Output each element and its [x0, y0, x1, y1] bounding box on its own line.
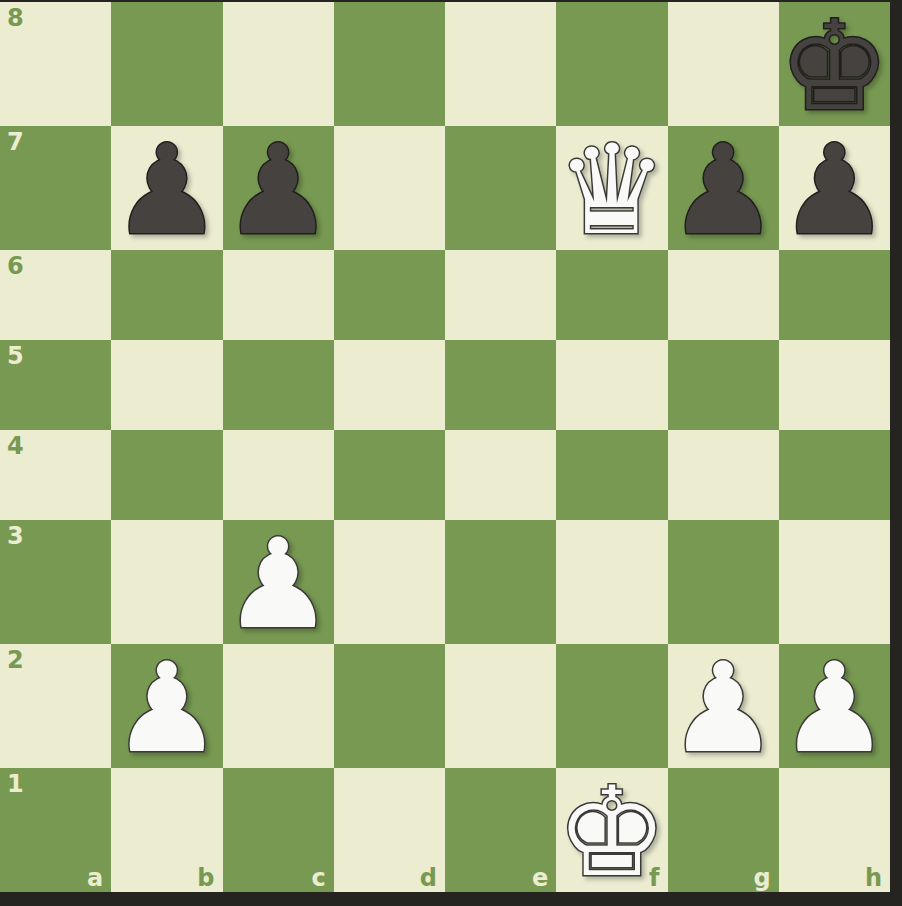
square-b1[interactable]: b: [111, 768, 222, 892]
square-a4[interactable]: 4: [0, 430, 111, 520]
black-pawn[interactable]: ♟: [223, 128, 334, 252]
rank-label-1: 1: [7, 772, 24, 796]
rank-label-2: 2: [7, 648, 24, 672]
square-e1[interactable]: e: [445, 768, 556, 892]
square-g2[interactable]: ♟: [668, 644, 779, 768]
file-label-h: h: [865, 866, 882, 890]
square-c4[interactable]: [223, 430, 334, 520]
square-c2[interactable]: [223, 644, 334, 768]
white-pawn[interactable]: ♟: [668, 646, 779, 770]
square-a1[interactable]: 1a: [0, 768, 111, 892]
square-g8[interactable]: [668, 2, 779, 126]
file-label-c: c: [312, 866, 326, 890]
square-b6[interactable]: [111, 250, 222, 340]
square-g1[interactable]: g: [668, 768, 779, 892]
square-e2[interactable]: [445, 644, 556, 768]
square-h7[interactable]: ♟: [779, 126, 890, 250]
file-label-b: b: [197, 866, 214, 890]
square-a6[interactable]: 6: [0, 250, 111, 340]
square-d8[interactable]: [334, 2, 445, 126]
rank-label-4: 4: [7, 434, 24, 458]
rank-label-6: 6: [7, 254, 24, 278]
white-king[interactable]: ♚: [556, 770, 667, 894]
square-c3[interactable]: ♟: [223, 520, 334, 644]
chess-board: 8♚7♟♟♛♟♟6543♟2♟♟♟1abcdef♚gh: [0, 2, 890, 892]
file-label-e: e: [532, 866, 548, 890]
white-queen[interactable]: ♛: [556, 128, 667, 252]
white-pawn[interactable]: ♟: [779, 646, 890, 770]
square-f4[interactable]: [556, 430, 667, 520]
black-pawn[interactable]: ♟: [779, 128, 890, 252]
square-f1[interactable]: f♚: [556, 768, 667, 892]
square-e4[interactable]: [445, 430, 556, 520]
square-e8[interactable]: [445, 2, 556, 126]
file-label-g: g: [754, 866, 771, 890]
black-pawn[interactable]: ♟: [668, 128, 779, 252]
square-c6[interactable]: [223, 250, 334, 340]
square-d7[interactable]: [334, 126, 445, 250]
square-f6[interactable]: [556, 250, 667, 340]
rank-label-5: 5: [7, 344, 24, 368]
square-h2[interactable]: ♟: [779, 644, 890, 768]
square-f3[interactable]: [556, 520, 667, 644]
square-d5[interactable]: [334, 340, 445, 430]
file-label-d: d: [420, 866, 437, 890]
square-f8[interactable]: [556, 2, 667, 126]
square-b5[interactable]: [111, 340, 222, 430]
square-b3[interactable]: [111, 520, 222, 644]
square-f5[interactable]: [556, 340, 667, 430]
square-g4[interactable]: [668, 430, 779, 520]
square-c8[interactable]: [223, 2, 334, 126]
square-e3[interactable]: [445, 520, 556, 644]
square-d1[interactable]: d: [334, 768, 445, 892]
square-e5[interactable]: [445, 340, 556, 430]
square-a3[interactable]: 3: [0, 520, 111, 644]
rank-label-7: 7: [7, 130, 24, 154]
rank-label-8: 8: [7, 6, 24, 30]
black-king[interactable]: ♚: [779, 4, 890, 128]
square-b2[interactable]: ♟: [111, 644, 222, 768]
square-f2[interactable]: [556, 644, 667, 768]
screen: 8♚7♟♟♛♟♟6543♟2♟♟♟1abcdef♚gh: [0, 0, 902, 906]
rank-label-3: 3: [7, 524, 24, 548]
square-a5[interactable]: 5: [0, 340, 111, 430]
square-e7[interactable]: [445, 126, 556, 250]
square-h5[interactable]: [779, 340, 890, 430]
square-c1[interactable]: c: [223, 768, 334, 892]
square-d6[interactable]: [334, 250, 445, 340]
square-g7[interactable]: ♟: [668, 126, 779, 250]
square-a8[interactable]: 8: [0, 2, 111, 126]
square-g3[interactable]: [668, 520, 779, 644]
white-pawn[interactable]: ♟: [111, 646, 222, 770]
square-h3[interactable]: [779, 520, 890, 644]
square-a7[interactable]: 7: [0, 126, 111, 250]
square-h6[interactable]: [779, 250, 890, 340]
square-h8[interactable]: ♚: [779, 2, 890, 126]
square-c5[interactable]: [223, 340, 334, 430]
white-pawn[interactable]: ♟: [223, 522, 334, 646]
square-g6[interactable]: [668, 250, 779, 340]
square-h4[interactable]: [779, 430, 890, 520]
black-pawn[interactable]: ♟: [111, 128, 222, 252]
square-b8[interactable]: [111, 2, 222, 126]
square-d2[interactable]: [334, 644, 445, 768]
file-label-a: a: [87, 866, 103, 890]
square-a2[interactable]: 2: [0, 644, 111, 768]
square-c7[interactable]: ♟: [223, 126, 334, 250]
square-d4[interactable]: [334, 430, 445, 520]
square-d3[interactable]: [334, 520, 445, 644]
square-e6[interactable]: [445, 250, 556, 340]
square-h1[interactable]: h: [779, 768, 890, 892]
square-b4[interactable]: [111, 430, 222, 520]
square-f7[interactable]: ♛: [556, 126, 667, 250]
square-b7[interactable]: ♟: [111, 126, 222, 250]
square-g5[interactable]: [668, 340, 779, 430]
